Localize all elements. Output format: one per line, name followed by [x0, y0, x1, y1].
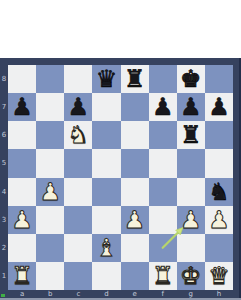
square-h6[interactable] [205, 121, 233, 149]
square-f6[interactable] [149, 121, 177, 149]
rank-label-8: 8 [0, 75, 8, 83]
square-g7[interactable]: ♟ [177, 93, 205, 121]
piece-black-queen[interactable]: ♛ [96, 65, 118, 93]
square-b8[interactable] [36, 65, 64, 93]
chess-app-window: ♛♜♚♟♟♟♟♟♞♜♟♞♟♟♟♟♝♜♜♚♛ 87654321 abcdefgh [0, 0, 241, 300]
file-label-d: d [92, 290, 120, 298]
square-f5[interactable] [149, 149, 177, 177]
square-d7[interactable] [92, 93, 120, 121]
square-c5[interactable] [64, 149, 92, 177]
rank-label-1: 1 [0, 272, 8, 280]
file-label-f: f [149, 290, 177, 298]
square-g6[interactable]: ♜ [177, 121, 205, 149]
square-d4[interactable] [92, 178, 120, 206]
square-b3[interactable] [36, 206, 64, 234]
square-a4[interactable] [8, 178, 36, 206]
square-c6[interactable]: ♞ [64, 121, 92, 149]
piece-black-pawn[interactable]: ♟ [208, 93, 230, 121]
square-h4[interactable]: ♞ [205, 178, 233, 206]
piece-white-rook[interactable]: ♜ [11, 261, 33, 289]
square-h5[interactable] [205, 149, 233, 177]
square-c1[interactable] [64, 262, 92, 290]
square-a2[interactable] [8, 234, 36, 262]
square-d2[interactable]: ♝ [92, 234, 120, 262]
square-b5[interactable] [36, 149, 64, 177]
piece-black-rook[interactable]: ♜ [124, 65, 146, 93]
piece-black-knight[interactable]: ♞ [208, 177, 230, 205]
square-h2[interactable] [205, 234, 233, 262]
piece-black-pawn[interactable]: ♟ [152, 93, 174, 121]
piece-white-rook[interactable]: ♜ [152, 261, 174, 289]
file-label-h: h [205, 290, 233, 298]
square-d5[interactable] [92, 149, 120, 177]
square-b6[interactable] [36, 121, 64, 149]
file-label-e: e [121, 290, 149, 298]
square-c3[interactable] [64, 206, 92, 234]
square-f8[interactable] [149, 65, 177, 93]
square-h7[interactable]: ♟ [205, 93, 233, 121]
square-a3[interactable]: ♟ [8, 206, 36, 234]
square-f1[interactable]: ♜ [149, 262, 177, 290]
square-f2[interactable] [149, 234, 177, 262]
square-d8[interactable]: ♛ [92, 65, 120, 93]
square-e4[interactable] [121, 178, 149, 206]
square-g4[interactable] [177, 178, 205, 206]
square-b2[interactable] [36, 234, 64, 262]
square-e5[interactable] [121, 149, 149, 177]
file-label-b: b [36, 290, 64, 298]
piece-white-queen[interactable]: ♛ [208, 261, 230, 289]
rank-label-6: 6 [0, 131, 8, 139]
piece-black-pawn[interactable]: ♟ [180, 93, 202, 121]
turn-indicator-dot [1, 294, 5, 297]
square-g5[interactable] [177, 149, 205, 177]
chess-board[interactable]: ♛♜♚♟♟♟♟♟♞♜♟♞♟♟♟♟♝♜♜♚♛ [8, 65, 233, 290]
square-g3[interactable]: ♟ [177, 206, 205, 234]
square-e8[interactable]: ♜ [121, 65, 149, 93]
rank-label-7: 7 [0, 103, 8, 111]
file-label-a: a [8, 290, 36, 298]
piece-white-pawn[interactable]: ♟ [39, 177, 61, 205]
piece-black-pawn[interactable]: ♟ [11, 93, 33, 121]
piece-white-pawn[interactable]: ♟ [11, 205, 33, 233]
piece-white-king[interactable]: ♚ [180, 261, 202, 289]
square-c7[interactable]: ♟ [64, 93, 92, 121]
square-a5[interactable] [8, 149, 36, 177]
piece-white-pawn[interactable]: ♟ [124, 205, 146, 233]
square-e1[interactable] [121, 262, 149, 290]
square-a6[interactable] [8, 121, 36, 149]
square-c4[interactable] [64, 178, 92, 206]
file-label-g: g [177, 290, 205, 298]
square-d1[interactable] [92, 262, 120, 290]
square-h3[interactable]: ♟ [205, 206, 233, 234]
square-d3[interactable] [92, 206, 120, 234]
rank-label-4: 4 [0, 188, 8, 196]
square-f4[interactable] [149, 178, 177, 206]
square-b4[interactable]: ♟ [36, 178, 64, 206]
square-a1[interactable]: ♜ [8, 262, 36, 290]
square-b1[interactable] [36, 262, 64, 290]
piece-white-pawn[interactable]: ♟ [208, 205, 230, 233]
square-f7[interactable]: ♟ [149, 93, 177, 121]
square-c8[interactable] [64, 65, 92, 93]
piece-black-king[interactable]: ♚ [180, 65, 202, 93]
square-d6[interactable] [92, 121, 120, 149]
piece-white-knight[interactable]: ♞ [68, 121, 90, 149]
file-label-c: c [64, 290, 92, 298]
piece-black-pawn[interactable]: ♟ [68, 93, 90, 121]
square-e3[interactable]: ♟ [121, 206, 149, 234]
piece-white-bishop[interactable]: ♝ [96, 233, 118, 261]
piece-black-rook[interactable]: ♜ [180, 121, 202, 149]
rank-label-2: 2 [0, 244, 8, 252]
square-h1[interactable]: ♛ [205, 262, 233, 290]
square-g1[interactable]: ♚ [177, 262, 205, 290]
rank-label-3: 3 [0, 216, 8, 224]
square-g2[interactable] [177, 234, 205, 262]
square-a8[interactable] [8, 65, 36, 93]
square-c2[interactable] [64, 234, 92, 262]
square-e2[interactable] [121, 234, 149, 262]
square-e6[interactable] [121, 121, 149, 149]
square-b7[interactable] [36, 93, 64, 121]
piece-white-pawn[interactable]: ♟ [180, 205, 202, 233]
square-f3[interactable] [149, 206, 177, 234]
square-g8[interactable]: ♚ [177, 65, 205, 93]
rank-label-5: 5 [0, 159, 8, 167]
square-h8[interactable] [205, 65, 233, 93]
square-e7[interactable] [121, 93, 149, 121]
chess-board-frame: ♛♜♚♟♟♟♟♟♞♜♟♞♟♟♟♟♝♜♜♚♛ 87654321 abcdefgh [0, 58, 241, 300]
square-a7[interactable]: ♟ [8, 93, 36, 121]
